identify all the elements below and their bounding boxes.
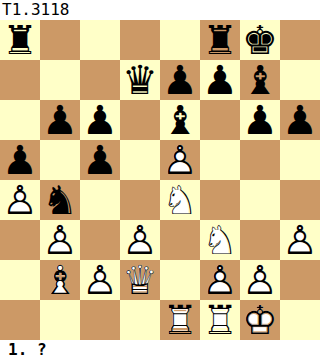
square-e2[interactable] xyxy=(160,260,200,300)
chess-board: ♜♜♚♛♟♟♝♟♟♝♟♟♟♟♟♙♟♙♞♞♘♟♙♟♙♞♘♟♙♝♗♟♙♛♕♟♙♟♙♜… xyxy=(0,20,320,340)
square-d2[interactable]: ♛♕ xyxy=(120,260,160,300)
white-queen-icon[interactable]: ♛♕ xyxy=(120,260,160,300)
white-knight-icon[interactable]: ♞♘ xyxy=(200,220,240,260)
square-c2[interactable]: ♟♙ xyxy=(80,260,120,300)
piece-glyph-outline: ♕ xyxy=(122,260,158,300)
move-prompt: 1. ? xyxy=(0,340,320,360)
white-pawn-icon[interactable]: ♟♙ xyxy=(200,260,240,300)
white-pawn-icon[interactable]: ♟♙ xyxy=(40,220,80,260)
black-rook-icon[interactable]: ♜ xyxy=(0,20,40,60)
piece-glyph-outline: ♙ xyxy=(202,260,238,300)
white-king-icon[interactable]: ♚♔ xyxy=(240,300,280,340)
square-c1[interactable] xyxy=(80,300,120,340)
square-c5[interactable]: ♟ xyxy=(80,140,120,180)
black-pawn-icon[interactable]: ♟ xyxy=(200,60,240,100)
square-f5[interactable] xyxy=(200,140,240,180)
black-pawn-icon[interactable]: ♟ xyxy=(40,100,80,140)
black-queen-icon[interactable]: ♛ xyxy=(120,60,160,100)
square-g2[interactable]: ♟♙ xyxy=(240,260,280,300)
black-bishop-icon[interactable]: ♝ xyxy=(160,100,200,140)
piece-glyph-outline: ♙ xyxy=(2,180,38,220)
square-a8[interactable]: ♜ xyxy=(0,20,40,60)
square-c7[interactable] xyxy=(80,60,120,100)
black-pawn-icon[interactable]: ♟ xyxy=(80,140,120,180)
black-pawn-icon[interactable]: ♟ xyxy=(0,140,40,180)
square-a4[interactable]: ♟♙ xyxy=(0,180,40,220)
square-d5[interactable] xyxy=(120,140,160,180)
square-h2[interactable] xyxy=(280,260,320,300)
square-f1[interactable]: ♜♖ xyxy=(200,300,240,340)
square-g7[interactable]: ♝ xyxy=(240,60,280,100)
square-g5[interactable] xyxy=(240,140,280,180)
square-a7[interactable] xyxy=(0,60,40,100)
square-f4[interactable] xyxy=(200,180,240,220)
square-d3[interactable]: ♟♙ xyxy=(120,220,160,260)
square-b7[interactable] xyxy=(40,60,80,100)
square-c6[interactable]: ♟ xyxy=(80,100,120,140)
square-e5[interactable]: ♟♙ xyxy=(160,140,200,180)
square-b5[interactable] xyxy=(40,140,80,180)
piece-glyph-outline: ♔ xyxy=(242,300,278,340)
piece-glyph-outline: ♗ xyxy=(42,260,78,300)
square-f2[interactable]: ♟♙ xyxy=(200,260,240,300)
square-h1[interactable] xyxy=(280,300,320,340)
square-d8[interactable] xyxy=(120,20,160,60)
white-knight-icon[interactable]: ♞♘ xyxy=(160,180,200,220)
square-h8[interactable] xyxy=(280,20,320,60)
square-b1[interactable] xyxy=(40,300,80,340)
square-h5[interactable] xyxy=(280,140,320,180)
square-b8[interactable] xyxy=(40,20,80,60)
square-e8[interactable] xyxy=(160,20,200,60)
square-e4[interactable]: ♞♘ xyxy=(160,180,200,220)
square-a6[interactable] xyxy=(0,100,40,140)
square-c3[interactable] xyxy=(80,220,120,260)
piece-glyph-outline: ♘ xyxy=(202,220,238,260)
square-b2[interactable]: ♝♗ xyxy=(40,260,80,300)
square-g8[interactable]: ♚ xyxy=(240,20,280,60)
square-g1[interactable]: ♚♔ xyxy=(240,300,280,340)
square-h6[interactable]: ♟ xyxy=(280,100,320,140)
white-pawn-icon[interactable]: ♟♙ xyxy=(0,180,40,220)
square-g4[interactable] xyxy=(240,180,280,220)
piece-glyph-outline: ♙ xyxy=(122,220,158,260)
square-c4[interactable] xyxy=(80,180,120,220)
square-e7[interactable]: ♟ xyxy=(160,60,200,100)
white-pawn-icon[interactable]: ♟♙ xyxy=(280,220,320,260)
square-d4[interactable] xyxy=(120,180,160,220)
square-g3[interactable] xyxy=(240,220,280,260)
square-e6[interactable]: ♝ xyxy=(160,100,200,140)
white-pawn-icon[interactable]: ♟♙ xyxy=(240,260,280,300)
square-e3[interactable] xyxy=(160,220,200,260)
white-pawn-icon[interactable]: ♟♙ xyxy=(80,260,120,300)
black-bishop-icon[interactable]: ♝ xyxy=(240,60,280,100)
piece-glyph-outline: ♙ xyxy=(242,260,278,300)
square-a5[interactable]: ♟ xyxy=(0,140,40,180)
square-a3[interactable] xyxy=(0,220,40,260)
square-f6[interactable] xyxy=(200,100,240,140)
square-h4[interactable] xyxy=(280,180,320,220)
black-rook-icon[interactable]: ♜ xyxy=(200,20,240,60)
square-e1[interactable]: ♜♖ xyxy=(160,300,200,340)
piece-glyph-outline: ♙ xyxy=(162,140,198,180)
square-a1[interactable] xyxy=(0,300,40,340)
piece-glyph-outline: ♖ xyxy=(202,300,238,340)
piece-glyph-outline: ♙ xyxy=(42,220,78,260)
black-pawn-icon[interactable]: ♟ xyxy=(280,100,320,140)
square-b3[interactable]: ♟♙ xyxy=(40,220,80,260)
square-d6[interactable] xyxy=(120,100,160,140)
square-f3[interactable]: ♞♘ xyxy=(200,220,240,260)
black-pawn-icon[interactable]: ♟ xyxy=(160,60,200,100)
black-king-icon[interactable]: ♚ xyxy=(240,20,280,60)
square-d1[interactable] xyxy=(120,300,160,340)
white-pawn-icon[interactable]: ♟♙ xyxy=(120,220,160,260)
black-pawn-icon[interactable]: ♟ xyxy=(80,100,120,140)
piece-glyph-outline: ♙ xyxy=(282,220,318,260)
square-c8[interactable] xyxy=(80,20,120,60)
piece-glyph-outline: ♙ xyxy=(82,260,118,300)
square-f8[interactable]: ♜ xyxy=(200,20,240,60)
square-f7[interactable]: ♟ xyxy=(200,60,240,100)
white-rook-icon[interactable]: ♜♖ xyxy=(200,300,240,340)
square-h3[interactable]: ♟♙ xyxy=(280,220,320,260)
white-rook-icon[interactable]: ♜♖ xyxy=(160,300,200,340)
black-knight-icon[interactable]: ♞ xyxy=(40,180,80,220)
square-d7[interactable]: ♛ xyxy=(120,60,160,100)
square-b6[interactable]: ♟ xyxy=(40,100,80,140)
square-b4[interactable]: ♞ xyxy=(40,180,80,220)
white-pawn-icon[interactable]: ♟♙ xyxy=(160,140,200,180)
square-g6[interactable]: ♟ xyxy=(240,100,280,140)
piece-glyph-outline: ♖ xyxy=(162,300,198,340)
white-bishop-icon[interactable]: ♝♗ xyxy=(40,260,80,300)
square-h7[interactable] xyxy=(280,60,320,100)
piece-glyph-outline: ♘ xyxy=(162,180,198,220)
square-a2[interactable] xyxy=(0,260,40,300)
black-pawn-icon[interactable]: ♟ xyxy=(240,100,280,140)
